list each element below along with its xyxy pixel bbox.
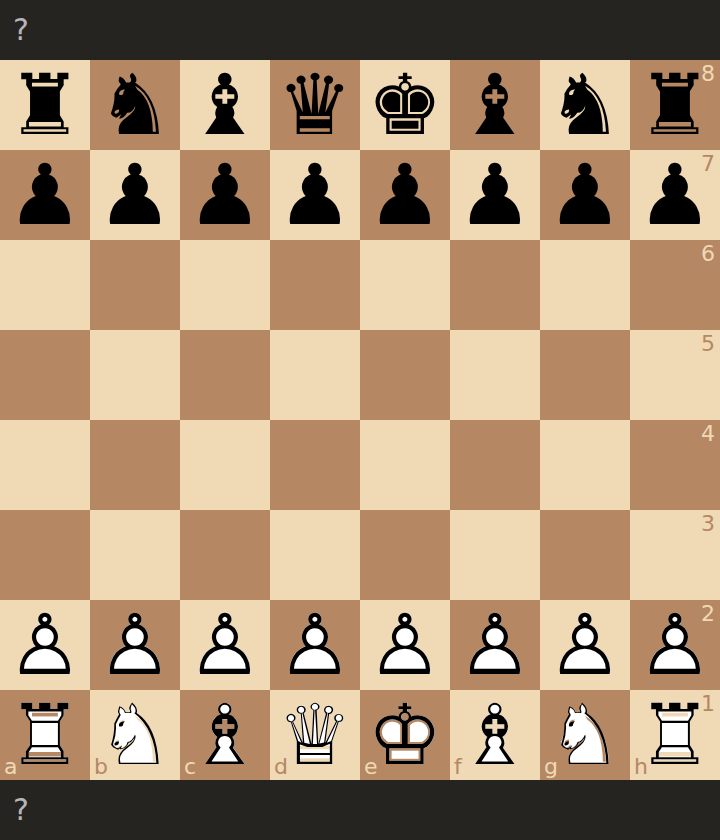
piece-wN-b1[interactable]: ♞♘ xyxy=(90,690,180,780)
square-f7[interactable]: ♟ xyxy=(450,150,540,240)
white-piece-outline-glyph: ♙ xyxy=(97,600,172,690)
white-piece-outline-glyph: ♙ xyxy=(187,600,262,690)
square-e8[interactable]: ♚ xyxy=(360,60,450,150)
white-piece-outline-glyph: ♙ xyxy=(367,600,442,690)
square-c4[interactable] xyxy=(180,420,270,510)
rank-label-6: 6 xyxy=(701,243,715,265)
piece-bQ-d8[interactable]: ♛ xyxy=(270,60,360,150)
white-piece-outline-glyph: ♙ xyxy=(277,600,352,690)
black-piece-glyph: ♟ xyxy=(97,150,172,240)
square-d8[interactable]: ♛ xyxy=(270,60,360,150)
square-b3[interactable] xyxy=(90,510,180,600)
black-piece-glyph: ♟ xyxy=(637,150,712,240)
square-d6[interactable] xyxy=(270,240,360,330)
square-a2[interactable]: ♟♙ xyxy=(0,600,90,690)
black-piece-glyph: ♟ xyxy=(187,150,262,240)
square-a5[interactable] xyxy=(0,330,90,420)
white-piece-outline-glyph: ♙ xyxy=(457,600,532,690)
piece-wP-h2[interactable]: ♟♙ xyxy=(630,600,720,690)
piece-wQ-d1[interactable]: ♛♕ xyxy=(270,690,360,780)
square-c1[interactable]: c♝♗ xyxy=(180,690,270,780)
piece-wP-d2[interactable]: ♟♙ xyxy=(270,600,360,690)
square-a8[interactable]: ♜ xyxy=(0,60,90,150)
piece-wP-e2[interactable]: ♟♙ xyxy=(360,600,450,690)
bottom-player-name: ? xyxy=(13,795,29,825)
square-b4[interactable] xyxy=(90,420,180,510)
white-piece-outline-glyph: ♖ xyxy=(7,690,82,780)
square-h6[interactable]: 6 xyxy=(630,240,720,330)
square-h4[interactable]: 4 xyxy=(630,420,720,510)
square-f5[interactable] xyxy=(450,330,540,420)
black-piece-glyph: ♜ xyxy=(637,60,712,150)
white-piece-outline-glyph: ♙ xyxy=(7,600,82,690)
square-h3[interactable]: 3 xyxy=(630,510,720,600)
piece-wP-c2[interactable]: ♟♙ xyxy=(180,600,270,690)
piece-wR-a1[interactable]: ♜♖ xyxy=(0,690,90,780)
white-piece-outline-glyph: ♘ xyxy=(547,690,622,780)
square-a4[interactable] xyxy=(0,420,90,510)
square-b5[interactable] xyxy=(90,330,180,420)
square-b8[interactable]: ♞ xyxy=(90,60,180,150)
top-player-name: ? xyxy=(13,15,29,45)
square-c7[interactable]: ♟ xyxy=(180,150,270,240)
square-a3[interactable] xyxy=(0,510,90,600)
black-piece-glyph: ♞ xyxy=(547,60,622,150)
square-b7[interactable]: ♟ xyxy=(90,150,180,240)
square-e6[interactable] xyxy=(360,240,450,330)
square-a1[interactable]: a♜♖ xyxy=(0,690,90,780)
black-piece-glyph: ♟ xyxy=(457,150,532,240)
square-e3[interactable] xyxy=(360,510,450,600)
square-e5[interactable] xyxy=(360,330,450,420)
square-g5[interactable] xyxy=(540,330,630,420)
piece-bN-b8[interactable]: ♞ xyxy=(90,60,180,150)
square-f4[interactable] xyxy=(450,420,540,510)
piece-bP-c7[interactable]: ♟ xyxy=(180,150,270,240)
piece-bP-e7[interactable]: ♟ xyxy=(360,150,450,240)
square-h1[interactable]: 1h♜♖ xyxy=(630,690,720,780)
piece-bP-d7[interactable]: ♟ xyxy=(270,150,360,240)
square-e2[interactable]: ♟♙ xyxy=(360,600,450,690)
square-f2[interactable]: ♟♙ xyxy=(450,600,540,690)
piece-bB-f8[interactable]: ♝ xyxy=(450,60,540,150)
piece-wR-h1[interactable]: ♜♖ xyxy=(630,690,720,780)
square-g6[interactable] xyxy=(540,240,630,330)
piece-wP-a2[interactable]: ♟♙ xyxy=(0,600,90,690)
white-piece-outline-glyph: ♙ xyxy=(637,600,712,690)
square-c3[interactable] xyxy=(180,510,270,600)
square-f3[interactable] xyxy=(450,510,540,600)
white-piece-outline-glyph: ♖ xyxy=(637,690,712,780)
piece-wB-c1[interactable]: ♝♗ xyxy=(180,690,270,780)
square-h2[interactable]: 2♟♙ xyxy=(630,600,720,690)
square-g1[interactable]: g♞♘ xyxy=(540,690,630,780)
black-piece-glyph: ♟ xyxy=(277,150,352,240)
square-a6[interactable] xyxy=(0,240,90,330)
black-piece-glyph: ♞ xyxy=(97,60,172,150)
square-a7[interactable]: ♟ xyxy=(0,150,90,240)
top-player-bar: ? xyxy=(0,0,720,60)
black-piece-glyph: ♛ xyxy=(277,60,352,150)
black-piece-glyph: ♟ xyxy=(367,150,442,240)
square-g8[interactable]: ♞ xyxy=(540,60,630,150)
square-g4[interactable] xyxy=(540,420,630,510)
piece-wP-f2[interactable]: ♟♙ xyxy=(450,600,540,690)
rank-label-4: 4 xyxy=(701,423,715,445)
white-piece-outline-glyph: ♘ xyxy=(97,690,172,780)
piece-bK-e8[interactable]: ♚ xyxy=(360,60,450,150)
piece-wN-g1[interactable]: ♞♘ xyxy=(540,690,630,780)
piece-bP-h7[interactable]: ♟ xyxy=(630,150,720,240)
black-piece-glyph: ♟ xyxy=(547,150,622,240)
square-b6[interactable] xyxy=(90,240,180,330)
square-g7[interactable]: ♟ xyxy=(540,150,630,240)
piece-bR-a8[interactable]: ♜ xyxy=(0,60,90,150)
square-e4[interactable] xyxy=(360,420,450,510)
chess-board: ♜♞♝♛♚♝♞8♜♟♟♟♟♟♟♟7♟6543♟♙♟♙♟♙♟♙♟♙♟♙♟♙2♟♙a… xyxy=(0,60,720,780)
piece-bP-b7[interactable]: ♟ xyxy=(90,150,180,240)
white-piece-outline-glyph: ♙ xyxy=(547,600,622,690)
rank-label-5: 5 xyxy=(701,333,715,355)
black-piece-glyph: ♟ xyxy=(7,150,82,240)
square-b1[interactable]: b♞♘ xyxy=(90,690,180,780)
piece-wK-e1[interactable]: ♚♔ xyxy=(360,690,450,780)
square-d5[interactable] xyxy=(270,330,360,420)
piece-bP-a7[interactable]: ♟ xyxy=(0,150,90,240)
piece-bN-g8[interactable]: ♞ xyxy=(540,60,630,150)
black-piece-glyph: ♜ xyxy=(7,60,82,150)
square-e1[interactable]: e♚♔ xyxy=(360,690,450,780)
white-piece-outline-glyph: ♕ xyxy=(277,690,352,780)
piece-bR-h8[interactable]: ♜ xyxy=(630,60,720,150)
square-h8[interactable]: 8♜ xyxy=(630,60,720,150)
piece-wB-f1[interactable]: ♝♗ xyxy=(450,690,540,780)
square-c8[interactable]: ♝ xyxy=(180,60,270,150)
square-b2[interactable]: ♟♙ xyxy=(90,600,180,690)
black-piece-glyph: ♝ xyxy=(457,60,532,150)
piece-bP-f7[interactable]: ♟ xyxy=(450,150,540,240)
square-c5[interactable] xyxy=(180,330,270,420)
square-c6[interactable] xyxy=(180,240,270,330)
white-piece-outline-glyph: ♗ xyxy=(187,690,262,780)
square-d4[interactable] xyxy=(270,420,360,510)
square-g2[interactable]: ♟♙ xyxy=(540,600,630,690)
square-d2[interactable]: ♟♙ xyxy=(270,600,360,690)
piece-wP-g2[interactable]: ♟♙ xyxy=(540,600,630,690)
rank-label-3: 3 xyxy=(701,513,715,535)
square-e7[interactable]: ♟ xyxy=(360,150,450,240)
square-d1[interactable]: d♛♕ xyxy=(270,690,360,780)
chess-app-page: ? ♜♞♝♛♚♝♞8♜♟♟♟♟♟♟♟7♟6543♟♙♟♙♟♙♟♙♟♙♟♙♟♙2♟… xyxy=(0,0,720,840)
white-piece-outline-glyph: ♔ xyxy=(367,690,442,780)
square-f6[interactable] xyxy=(450,240,540,330)
black-piece-glyph: ♝ xyxy=(187,60,262,150)
piece-bP-g7[interactable]: ♟ xyxy=(540,150,630,240)
square-d7[interactable]: ♟ xyxy=(270,150,360,240)
square-g3[interactable] xyxy=(540,510,630,600)
black-piece-glyph: ♚ xyxy=(367,60,442,150)
piece-bB-c8[interactable]: ♝ xyxy=(180,60,270,150)
square-f1[interactable]: f♝♗ xyxy=(450,690,540,780)
white-piece-outline-glyph: ♗ xyxy=(457,690,532,780)
bottom-player-bar: ? xyxy=(0,780,720,840)
square-c2[interactable]: ♟♙ xyxy=(180,600,270,690)
square-f8[interactable]: ♝ xyxy=(450,60,540,150)
piece-wP-b2[interactable]: ♟♙ xyxy=(90,600,180,690)
square-h5[interactable]: 5 xyxy=(630,330,720,420)
square-d3[interactable] xyxy=(270,510,360,600)
square-h7[interactable]: 7♟ xyxy=(630,150,720,240)
